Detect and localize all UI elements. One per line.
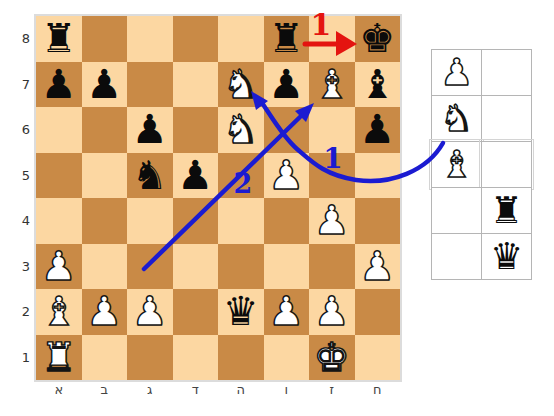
white-pawn-icon: ♟ <box>132 289 168 334</box>
file-label-g: ז <box>309 382 355 400</box>
square-a6[interactable] <box>36 107 82 153</box>
rank-label-5: 5 <box>10 153 30 199</box>
rank-label-1: 1 <box>10 335 30 381</box>
white-pawn-icon: ♟ <box>41 244 77 289</box>
tray-cell-empty[interactable] <box>481 49 532 96</box>
square-c8[interactable] <box>127 16 173 62</box>
tray-cell-white-bishop[interactable]: ♝ <box>431 141 482 188</box>
square-b5[interactable] <box>82 153 128 199</box>
white-knight-icon: ♞ <box>223 62 259 107</box>
black-pawn-icon: ♟ <box>86 62 122 107</box>
black-queen-icon: ♛ <box>223 289 259 334</box>
square-b4[interactable] <box>82 198 128 244</box>
square-f8[interactable]: ♜ <box>264 16 310 62</box>
square-f4[interactable] <box>264 198 310 244</box>
square-c3[interactable] <box>127 244 173 290</box>
black-pawn-icon: ♟ <box>41 62 77 107</box>
rank-label-2: 2 <box>10 289 30 335</box>
white-pawn-icon: ♟ <box>359 244 395 289</box>
rank-label-4: 4 <box>10 198 30 244</box>
square-f7[interactable]: ♟ <box>264 62 310 108</box>
square-g6[interactable] <box>309 107 355 153</box>
square-d6[interactable] <box>173 107 219 153</box>
square-d5[interactable]: ♟ <box>173 153 219 199</box>
chess-board[interactable]: ♜♜♚♟♟♞♟♝♝♟♞♟♞♟♟♟♟♟♝♟♟♛♟♟♜♚ <box>34 14 402 382</box>
square-e1[interactable] <box>218 335 264 381</box>
square-b6[interactable] <box>82 107 128 153</box>
white-pawn-icon: ♟ <box>268 153 304 198</box>
file-label-f: ו <box>264 382 310 400</box>
file-label-c: ג <box>127 382 173 400</box>
black-bishop-icon: ♝ <box>359 62 395 107</box>
white-rook-icon: ♜ <box>41 335 77 380</box>
square-d4[interactable] <box>173 198 219 244</box>
square-a2[interactable]: ♝ <box>36 289 82 335</box>
square-b8[interactable] <box>82 16 128 62</box>
square-a5[interactable] <box>36 153 82 199</box>
square-e5[interactable] <box>218 153 264 199</box>
white-pawn-icon: ♟ <box>314 289 350 334</box>
square-e7[interactable]: ♞ <box>218 62 264 108</box>
square-h5[interactable] <box>355 153 401 199</box>
square-b1[interactable] <box>82 335 128 381</box>
white-king-icon: ♚ <box>314 335 350 380</box>
tray-cell-empty[interactable] <box>481 141 532 188</box>
tray-cell-black-queen[interactable]: ♛ <box>481 233 532 280</box>
square-b7[interactable]: ♟ <box>82 62 128 108</box>
square-h3[interactable]: ♟ <box>355 244 401 290</box>
square-f6[interactable] <box>264 107 310 153</box>
square-g8[interactable] <box>309 16 355 62</box>
square-b3[interactable] <box>82 244 128 290</box>
rank-label-3: 3 <box>10 244 30 290</box>
square-g1[interactable]: ♚ <box>309 335 355 381</box>
tray-cell-empty[interactable] <box>481 95 532 142</box>
square-a1[interactable]: ♜ <box>36 335 82 381</box>
square-e2[interactable]: ♛ <box>218 289 264 335</box>
square-g7[interactable]: ♝ <box>309 62 355 108</box>
square-f5[interactable]: ♟ <box>264 153 310 199</box>
white-pawn-icon: ♟ <box>314 198 350 243</box>
square-g4[interactable]: ♟ <box>309 198 355 244</box>
square-g2[interactable]: ♟ <box>309 289 355 335</box>
tray-cell-white-pawn[interactable]: ♟ <box>431 49 482 96</box>
square-f3[interactable] <box>264 244 310 290</box>
tray-cell-empty[interactable] <box>431 233 482 280</box>
square-d2[interactable] <box>173 289 219 335</box>
black-knight-icon: ♞ <box>132 153 168 198</box>
black-queen-icon: ♛ <box>490 235 523 279</box>
rank-label-6: 6 <box>10 107 30 153</box>
square-e3[interactable] <box>218 244 264 290</box>
file-label-d: ד <box>173 382 219 400</box>
rank-label-8: 8 <box>10 16 30 62</box>
tray-cell-empty[interactable] <box>431 187 482 234</box>
square-a4[interactable] <box>36 198 82 244</box>
tray-cell-white-knight[interactable]: ♞ <box>431 95 482 142</box>
square-b2[interactable]: ♟ <box>82 289 128 335</box>
file-label-b: ב <box>82 382 128 400</box>
square-h4[interactable] <box>355 198 401 244</box>
square-c2[interactable]: ♟ <box>127 289 173 335</box>
white-bishop-icon: ♝ <box>314 62 350 107</box>
square-d8[interactable] <box>173 16 219 62</box>
square-h1[interactable] <box>355 335 401 381</box>
square-e6[interactable]: ♞ <box>218 107 264 153</box>
black-pawn-icon: ♟ <box>177 153 213 198</box>
square-c1[interactable] <box>127 335 173 381</box>
rank-label-7: 7 <box>10 62 30 108</box>
square-d3[interactable] <box>173 244 219 290</box>
square-a8[interactable]: ♜ <box>36 16 82 62</box>
square-h7[interactable]: ♝ <box>355 62 401 108</box>
black-king-icon: ♚ <box>359 16 395 61</box>
file-label-e: ה <box>218 382 264 400</box>
square-f1[interactable] <box>264 335 310 381</box>
square-g3[interactable] <box>309 244 355 290</box>
square-h2[interactable] <box>355 289 401 335</box>
square-c5[interactable]: ♞ <box>127 153 173 199</box>
piece-tray[interactable]: ♟♞♝♜♛ <box>432 49 532 279</box>
white-pawn-icon: ♟ <box>268 289 304 334</box>
square-e4[interactable] <box>218 198 264 244</box>
square-h8[interactable]: ♚ <box>355 16 401 62</box>
black-pawn-icon: ♟ <box>132 107 168 152</box>
square-d7[interactable] <box>173 62 219 108</box>
file-label-h: ח <box>355 382 401 400</box>
square-a7[interactable]: ♟ <box>36 62 82 108</box>
white-knight-icon: ♞ <box>440 97 473 141</box>
white-knight-icon: ♞ <box>223 107 259 152</box>
black-rook-icon: ♜ <box>490 189 523 233</box>
file-label-a: א <box>36 382 82 400</box>
white-pawn-icon: ♟ <box>440 51 473 95</box>
white-bishop-icon: ♝ <box>440 143 473 187</box>
square-h6[interactable]: ♟ <box>355 107 401 153</box>
square-c4[interactable] <box>127 198 173 244</box>
square-a3[interactable]: ♟ <box>36 244 82 290</box>
black-pawn-icon: ♟ <box>359 107 395 152</box>
square-f2[interactable]: ♟ <box>264 289 310 335</box>
white-pawn-icon: ♟ <box>86 289 122 334</box>
white-bishop-icon: ♝ <box>41 289 77 334</box>
square-e8[interactable] <box>218 16 264 62</box>
black-rook-icon: ♜ <box>41 16 77 61</box>
square-c6[interactable]: ♟ <box>127 107 173 153</box>
square-c7[interactable] <box>127 62 173 108</box>
tray-cell-black-rook[interactable]: ♜ <box>481 187 532 234</box>
square-g5[interactable] <box>309 153 355 199</box>
square-d1[interactable] <box>173 335 219 381</box>
black-pawn-icon: ♟ <box>268 62 304 107</box>
black-rook-icon: ♜ <box>268 16 304 61</box>
